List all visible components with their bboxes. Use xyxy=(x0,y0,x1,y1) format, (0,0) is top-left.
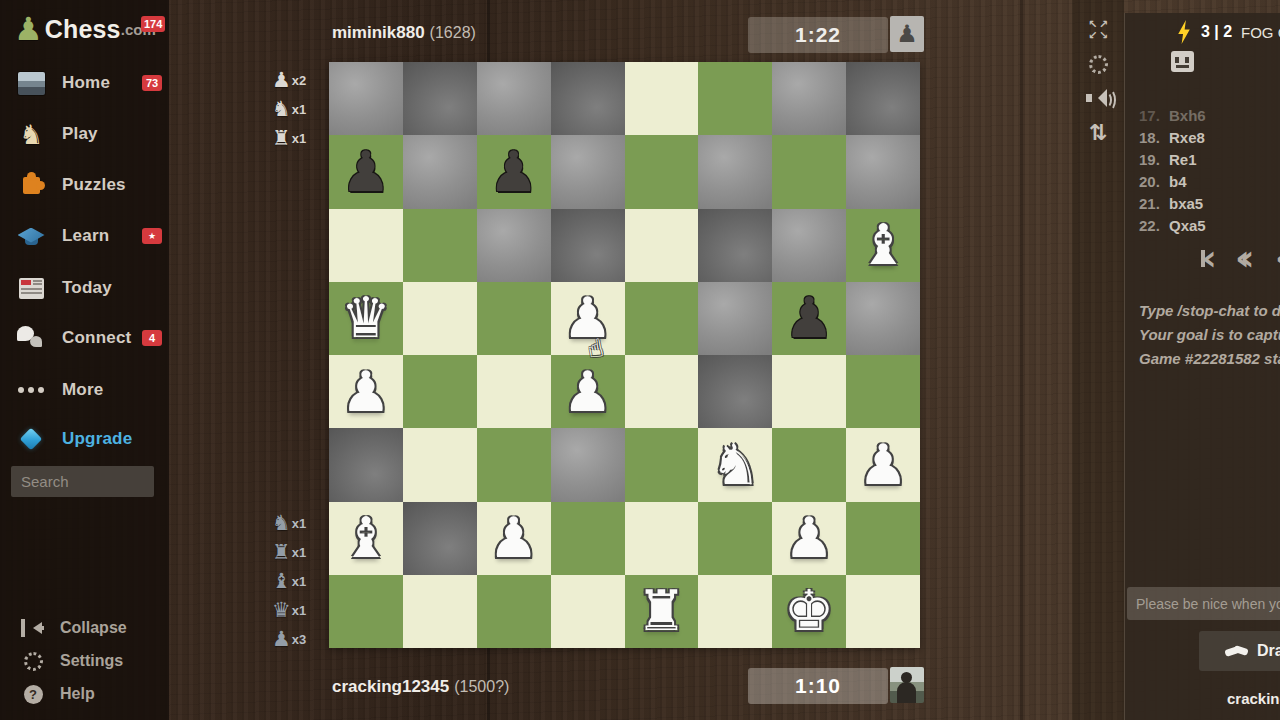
grad-cap-icon xyxy=(18,228,45,245)
sidebar-item-upgrade[interactable]: Upgrade xyxy=(0,422,169,456)
flip-board-icon: ⇅ xyxy=(1089,120,1107,145)
captured-count: x1 xyxy=(292,545,306,560)
square-a5[interactable]: ♛ xyxy=(329,282,403,355)
captured-count: x3 xyxy=(292,632,306,647)
pawn-icon: ♟ xyxy=(272,629,291,650)
sidebar-item-label: More xyxy=(62,380,103,400)
back-button[interactable]: ‹‹ xyxy=(1235,240,1255,276)
captured-bottom-queen: ♛x1 xyxy=(272,596,306,625)
white-pawn-on-a4[interactable]: ♟ xyxy=(329,355,403,428)
sidebar-footer-settings[interactable]: Settings xyxy=(0,646,169,676)
lightning-bolt-icon xyxy=(1176,20,1192,44)
sidebar-footer-label: Collapse xyxy=(60,619,127,637)
dots-icon xyxy=(18,387,44,393)
square-a2[interactable]: ♝ xyxy=(329,502,403,575)
square-a4[interactable]: ♟ xyxy=(329,355,403,428)
search-input[interactable] xyxy=(11,466,174,497)
go-start-button[interactable]: ‹ xyxy=(1201,240,1217,276)
sidebar-item-badge: 4 xyxy=(142,330,162,346)
fog-square-g6[interactable] xyxy=(772,209,846,282)
time-control: 3 | 2 xyxy=(1201,23,1232,41)
move-san: Qxa5 xyxy=(1169,217,1206,234)
back-partial-button[interactable]: ‹ xyxy=(1275,240,1280,276)
square-a6[interactable] xyxy=(329,209,403,282)
move-row[interactable]: 17.Bxh6 xyxy=(1125,104,1280,126)
square-e1[interactable]: ♜ xyxy=(625,575,699,648)
rook-icon: ♜ xyxy=(272,542,291,563)
white-pawn-on-h3[interactable]: ♟ xyxy=(846,428,920,501)
square-f2[interactable] xyxy=(698,502,772,575)
square-e6[interactable] xyxy=(625,209,699,282)
board-tool-strip: ↖↗↙↘⇅ xyxy=(1072,0,1124,720)
bot-icon xyxy=(1171,51,1194,72)
fog-square-f4[interactable] xyxy=(698,355,772,428)
gear-icon xyxy=(24,652,43,671)
bottom-player-bar: cracking12345(1500?) xyxy=(332,677,509,697)
queen-icon: ♛ xyxy=(272,600,291,621)
square-e3[interactable] xyxy=(625,428,699,501)
gear-icon xyxy=(1089,55,1108,74)
square-c7[interactable]: ♟ xyxy=(477,135,551,208)
chat-input[interactable] xyxy=(1127,587,1280,620)
volume-icon xyxy=(1084,85,1112,111)
move-number: 20. xyxy=(1139,173,1169,190)
sidebar-item-more[interactable]: More xyxy=(0,373,169,407)
black-pawn-on-g5[interactable]: ♟ xyxy=(772,282,846,355)
sidebar-footer-label: Help xyxy=(60,685,95,703)
notification-badge: 174 xyxy=(141,16,165,32)
knight-icon: ♞ xyxy=(272,99,291,120)
sidebar-item-play[interactable]: ♞Play xyxy=(0,117,169,151)
move-number: 19. xyxy=(1139,151,1169,168)
square-g1[interactable]: ♚ xyxy=(772,575,846,648)
square-a1[interactable] xyxy=(329,575,403,648)
chat-message: Your goal is to captu xyxy=(1139,326,1280,343)
help-icon: ? xyxy=(24,685,43,704)
square-c3[interactable] xyxy=(477,428,551,501)
move-nav: ‹ ‹‹ ‹ xyxy=(1125,240,1280,276)
white-rook-on-e1[interactable]: ♜ xyxy=(625,575,699,648)
sidebar-item-puzzles[interactable]: Puzzles xyxy=(0,168,169,202)
square-g3[interactable] xyxy=(772,428,846,501)
collapse-icon xyxy=(21,618,45,638)
captured-count: x2 xyxy=(292,73,306,88)
captured-count: x1 xyxy=(292,102,306,117)
bottom-player-rating: (1500?) xyxy=(454,678,509,695)
white-bishop-on-h6[interactable]: ♝ xyxy=(846,209,920,282)
sidebar: ♟ Chess .com 174 Home73♞PlayPuzzlesLearn… xyxy=(0,0,169,720)
go-start-icon: ‹ xyxy=(1202,243,1217,273)
move-row[interactable]: 20.b4 xyxy=(1125,170,1280,192)
square-h1[interactable] xyxy=(846,575,920,648)
sidebar-item-label: Home xyxy=(62,73,110,93)
sidebar-footer-label: Settings xyxy=(60,652,123,670)
chat-bubbles-icon xyxy=(16,324,46,352)
fog-square-d3[interactable] xyxy=(551,428,625,501)
square-h3[interactable]: ♟ xyxy=(846,428,920,501)
fog-square-h8[interactable] xyxy=(846,62,920,135)
handshake-icon xyxy=(1225,643,1249,659)
bottom-player-avatar[interactable] xyxy=(890,667,924,703)
sidebar-footer-help[interactable]: ?Help xyxy=(0,679,169,709)
move-san: bxa5 xyxy=(1169,195,1203,212)
square-b6[interactable] xyxy=(403,209,477,282)
captured-top-pawn: ♟x2 xyxy=(272,66,306,95)
chat-log: Type /stop-chat to dYour goal is to capt… xyxy=(1139,302,1280,374)
bottom-player-name[interactable]: cracking12345 xyxy=(332,677,449,696)
fog-square-b2[interactable] xyxy=(403,502,477,575)
sidebar-item-badge: ★ xyxy=(142,228,162,244)
captured-count: x1 xyxy=(292,574,306,589)
chat-message: Type /stop-chat to d xyxy=(1139,302,1280,319)
move-san: Rxe8 xyxy=(1169,129,1205,146)
square-h2[interactable] xyxy=(846,502,920,575)
sidebar-footer-collapse[interactable]: Collapse xyxy=(0,613,169,643)
chat-input-box xyxy=(1127,587,1280,620)
square-b4[interactable] xyxy=(403,355,477,428)
fog-square-b8[interactable] xyxy=(403,62,477,135)
square-d1[interactable] xyxy=(551,575,625,648)
brand-text: Chess xyxy=(45,15,121,44)
square-c5[interactable] xyxy=(477,282,551,355)
square-d4[interactable]: ♟ xyxy=(551,355,625,428)
fog-square-b7[interactable] xyxy=(403,135,477,208)
news-icon xyxy=(19,278,44,299)
pawn-logo-icon: ♟ xyxy=(14,13,43,45)
rook-icon: ♜ xyxy=(272,128,291,149)
sidebar-item-label: Puzzles xyxy=(62,175,126,195)
captured-count: x1 xyxy=(292,516,306,531)
move-row[interactable]: 21.bxa5 xyxy=(1125,192,1280,214)
square-c4[interactable] xyxy=(477,355,551,428)
expand-button[interactable]: ↖↗↙↘ xyxy=(1084,16,1112,44)
square-c1[interactable] xyxy=(477,575,551,648)
black-pawn-on-a7[interactable]: ♟ xyxy=(329,135,403,208)
pawn-icon: ♟ xyxy=(272,70,291,91)
square-f3[interactable]: ♞ xyxy=(698,428,772,501)
move-number: 21. xyxy=(1139,195,1169,212)
sidebar-item-label: Upgrade xyxy=(62,429,132,449)
knight-icon: ♞ xyxy=(19,121,43,148)
fog-square-d6[interactable] xyxy=(551,209,625,282)
captured-pieces-bottom: ♞x1♜x1♝x1♛x1♟x3 xyxy=(272,509,306,654)
pawn-avatar-icon: ♟ xyxy=(896,22,918,46)
white-knight-on-f3[interactable]: ♞ xyxy=(698,428,772,501)
volume-button[interactable] xyxy=(1084,84,1112,112)
home-photo-icon xyxy=(18,72,45,95)
square-e2[interactable] xyxy=(625,502,699,575)
fog-square-d7[interactable] xyxy=(551,135,625,208)
white-king-on-g1[interactable]: ♚ xyxy=(772,575,846,648)
captured-pieces-top: ♟x2♞x1♜x1 xyxy=(272,66,306,153)
square-e8[interactable] xyxy=(625,62,699,135)
expand-icon: ↖↗↙↘ xyxy=(1087,19,1109,41)
knight-icon: ♞ xyxy=(272,513,291,534)
sidebar-item-connect[interactable]: Connect4 xyxy=(0,321,169,355)
puzzle-icon xyxy=(23,177,40,194)
white-pawn-on-c2[interactable]: ♟ xyxy=(477,502,551,575)
white-queen-on-a5[interactable]: ♛ xyxy=(329,282,403,355)
captured-count: x1 xyxy=(292,603,306,618)
fog-square-c8[interactable] xyxy=(477,62,551,135)
top-player-clock: 1:22 xyxy=(748,17,888,53)
flip-board-button[interactable]: ⇅ xyxy=(1084,118,1112,146)
move-number: 18. xyxy=(1139,129,1169,146)
gear-button[interactable] xyxy=(1084,50,1112,78)
fog-square-g8[interactable] xyxy=(772,62,846,135)
square-h4[interactable] xyxy=(846,355,920,428)
sidebar-item-learn[interactable]: Learn★ xyxy=(0,219,169,253)
square-e7[interactable] xyxy=(625,135,699,208)
sidebar-item-home[interactable]: Home73 xyxy=(0,66,169,100)
draw-label: Draw xyxy=(1257,642,1280,660)
captured-bottom-knight: ♞x1 xyxy=(272,509,306,538)
square-g4[interactable] xyxy=(772,355,846,428)
move-san: b4 xyxy=(1169,173,1187,190)
captured-bottom-bishop: ♝x1 xyxy=(272,567,306,596)
fog-square-h7[interactable] xyxy=(846,135,920,208)
move-row[interactable]: 18.Rxe8 xyxy=(1125,126,1280,148)
white-bishop-on-a2[interactable]: ♝ xyxy=(329,502,403,575)
wood-seam xyxy=(1020,0,1023,720)
square-g7[interactable] xyxy=(772,135,846,208)
top-player-name[interactable]: miminik880 xyxy=(332,23,425,42)
square-f1[interactable] xyxy=(698,575,772,648)
square-b5[interactable] xyxy=(403,282,477,355)
chevron-icon: ‹ xyxy=(1275,243,1280,273)
top-player-rating: (1628) xyxy=(430,24,476,41)
move-san: Bxh6 xyxy=(1169,107,1206,124)
square-e4[interactable] xyxy=(625,355,699,428)
square-g5[interactable]: ♟ xyxy=(772,282,846,355)
white-pawn-on-g2[interactable]: ♟ xyxy=(772,502,846,575)
square-b1[interactable] xyxy=(403,575,477,648)
fog-square-a3[interactable] xyxy=(329,428,403,501)
chess-board: ♟♟♝♛♟♟♟♟♞♟♝♟♟♜♚ xyxy=(329,62,920,648)
chesscom-logo[interactable]: ♟ Chess .com xyxy=(14,8,156,50)
chat-message: Game #22281582 sta xyxy=(1139,350,1280,367)
white-pawn-on-d4[interactable]: ♟ xyxy=(551,355,625,428)
move-san: Re1 xyxy=(1169,151,1197,168)
sidebar-item-badge: 73 xyxy=(142,75,162,91)
square-f8[interactable] xyxy=(698,62,772,135)
captured-top-rook: ♜x1 xyxy=(272,124,306,153)
fog-square-c6[interactable] xyxy=(477,209,551,282)
fog-square-a8[interactable] xyxy=(329,62,403,135)
draw-button[interactable]: Draw xyxy=(1199,631,1280,671)
top-player-avatar[interactable]: ♟ xyxy=(890,16,924,52)
square-c2[interactable]: ♟ xyxy=(477,502,551,575)
fog-square-f5[interactable] xyxy=(698,282,772,355)
move-row[interactable]: 19.Re1 xyxy=(1125,148,1280,170)
top-player-bar: miminik880(1628) xyxy=(332,23,476,43)
game-mode-label: FOG CHESS xyxy=(1241,24,1280,41)
sidebar-item-label: Connect xyxy=(62,328,131,348)
fog-square-h5[interactable] xyxy=(846,282,920,355)
captured-bottom-rook: ♜x1 xyxy=(272,538,306,567)
captured-top-knight: ♞x1 xyxy=(272,95,306,124)
bottom-player-clock: 1:10 xyxy=(748,668,888,704)
square-g2[interactable]: ♟ xyxy=(772,502,846,575)
move-list: 17.Bxh618.Rxe819.Re120.b421.bxa522.Qxa5 xyxy=(1125,104,1280,236)
square-d2[interactable] xyxy=(551,502,625,575)
game-panel: 3 | 2 FOG CHESS 17.Bxh618.Rxe819.Re120.b… xyxy=(1124,13,1280,720)
sidebar-item-label: Today xyxy=(62,278,112,298)
sidebar-item-label: Play xyxy=(62,124,98,144)
fog-square-d8[interactable] xyxy=(551,62,625,135)
back-icon: ‹‹ xyxy=(1235,243,1255,273)
captured-bottom-pawn: ♟x3 xyxy=(272,625,306,654)
chat-username: cracking12345 xyxy=(1227,690,1280,707)
bishop-icon: ♝ xyxy=(272,571,291,592)
search-box xyxy=(11,466,154,497)
fog-square-f7[interactable] xyxy=(698,135,772,208)
move-number: 22. xyxy=(1139,217,1169,234)
black-pawn-on-c7[interactable]: ♟ xyxy=(477,135,551,208)
move-number: 17. xyxy=(1139,107,1169,124)
diamond-icon xyxy=(20,428,43,451)
captured-count: x1 xyxy=(292,131,306,146)
sidebar-item-label: Learn xyxy=(62,226,109,246)
square-e5[interactable] xyxy=(625,282,699,355)
square-a7[interactable]: ♟ xyxy=(329,135,403,208)
fog-square-f6[interactable] xyxy=(698,209,772,282)
square-h6[interactable]: ♝ xyxy=(846,209,920,282)
square-b3[interactable] xyxy=(403,428,477,501)
move-row[interactable]: 22.Qxa5 xyxy=(1125,214,1280,236)
sidebar-item-today[interactable]: Today xyxy=(0,271,169,305)
